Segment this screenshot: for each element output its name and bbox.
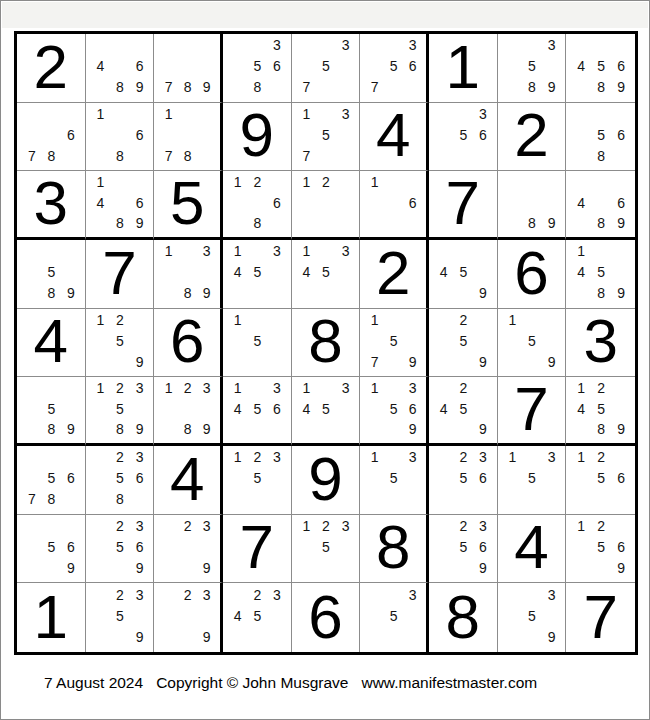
pencil-mark-pos-5: 5 <box>522 56 542 77</box>
cell-r3c4[interactable]: 1268 <box>223 171 292 240</box>
cell-r6c7[interactable]: 2459 <box>429 377 498 446</box>
cell-r9c7[interactable]: 8 <box>429 583 498 652</box>
pencil-mark-pos-2 <box>454 104 474 125</box>
cell-r1c2[interactable]: 4689 <box>86 34 155 103</box>
pencil-mark-pos-8 <box>384 213 403 233</box>
pencil-mark-pos-1 <box>503 35 523 56</box>
cell-r2c5[interactable]: 1357 <box>292 103 361 172</box>
pencil-mark-pos-6 <box>197 262 216 283</box>
given-digit: 5 <box>170 172 204 234</box>
pencil-mark-pos-7 <box>503 213 523 233</box>
pencil-mark-pos-8: 8 <box>110 419 130 439</box>
pencil-mark-pos-6 <box>197 56 216 77</box>
pencil-mark-pos-3: 3 <box>403 584 422 605</box>
cell-r7c4[interactable]: 1235 <box>223 446 292 515</box>
pencil-mark-pos-2 <box>248 35 268 56</box>
pencil-mark-pos-1 <box>571 35 591 56</box>
cell-r1c6[interactable]: 3567 <box>360 34 429 103</box>
pencil-mark-pos-8 <box>316 419 336 439</box>
cell-r4c6[interactable]: 2 <box>360 240 429 309</box>
pencil-marks: 2345 <box>223 583 291 652</box>
pencil-mark-pos-8: 8 <box>178 419 197 439</box>
cell-r8c3[interactable]: 239 <box>154 515 223 584</box>
cell-r9c9[interactable]: 7 <box>566 583 635 652</box>
pencil-mark-pos-7 <box>159 419 178 439</box>
pencil-mark-pos-7 <box>434 419 454 439</box>
pencil-mark-pos-3 <box>61 516 81 537</box>
pencil-marks: 16 <box>360 171 426 237</box>
pencil-mark-pos-5: 5 <box>316 399 336 419</box>
pencil-mark-pos-6 <box>403 606 422 627</box>
pencil-mark-pos-1: 1 <box>297 516 317 537</box>
pencil-mark-pos-4 <box>503 468 523 489</box>
pencil-mark-pos-5 <box>110 193 130 213</box>
pencil-mark-pos-2: 2 <box>248 584 268 605</box>
pencil-mark-pos-9: 9 <box>197 283 216 304</box>
pencil-mark-pos-3 <box>61 378 81 398</box>
pencil-mark-pos-8: 8 <box>522 213 542 233</box>
pencil-mark-pos-2: 2 <box>316 172 336 192</box>
pencil-marks: 1389 <box>154 240 220 308</box>
pencil-mark-pos-5: 5 <box>454 399 474 419</box>
cell-r6c4[interactable]: 13456 <box>223 377 292 446</box>
pencil-mark-pos-5: 5 <box>42 262 62 283</box>
cell-r5c8[interactable]: 159 <box>498 309 567 378</box>
cell-r4c9[interactable]: 14589 <box>566 240 635 309</box>
cell-r5c7[interactable]: 259 <box>429 309 498 378</box>
pencil-mark-pos-6: 6 <box>473 537 493 558</box>
cell-r6c1[interactable]: 589 <box>17 377 86 446</box>
pencil-mark-pos-5: 5 <box>384 606 403 627</box>
pencil-mark-pos-8: 8 <box>522 77 542 98</box>
pencil-mark-pos-4 <box>228 331 248 352</box>
cell-r5c4[interactable]: 15 <box>223 309 292 378</box>
pencil-mark-pos-1: 1 <box>159 104 178 125</box>
pencil-mark-pos-8 <box>591 557 611 578</box>
pencil-mark-pos-3 <box>336 172 356 192</box>
cell-r2c3[interactable]: 178 <box>154 103 223 172</box>
pencil-mark-pos-5: 5 <box>384 56 403 77</box>
pencil-marks: 4689 <box>86 34 154 102</box>
pencil-mark-pos-7 <box>434 283 454 304</box>
pencil-mark-pos-5: 5 <box>454 468 474 489</box>
pencil-mark-pos-6 <box>473 331 493 352</box>
pencil-mark-pos-2 <box>384 584 403 605</box>
pencil-mark-pos-1: 1 <box>228 447 248 468</box>
pencil-mark-pos-9 <box>542 489 562 510</box>
pencil-mark-pos-3: 3 <box>267 35 287 56</box>
cell-r5c6[interactable]: 1579 <box>360 309 429 378</box>
pencil-mark-pos-9 <box>403 77 422 98</box>
pencil-mark-pos-5 <box>178 537 197 558</box>
pencil-mark-pos-9 <box>267 77 287 98</box>
pencil-mark-pos-5: 5 <box>454 262 474 283</box>
cell-r5c1[interactable]: 4 <box>17 309 86 378</box>
pencil-mark-pos-1: 1 <box>228 378 248 398</box>
pencil-mark-pos-1: 1 <box>571 241 591 262</box>
pencil-mark-pos-7 <box>503 627 523 648</box>
pencil-mark-pos-3: 3 <box>130 516 150 537</box>
cell-r9c2[interactable]: 2359 <box>86 583 155 652</box>
cell-r6c2[interactable]: 123589 <box>86 377 155 446</box>
cell-r6c5[interactable]: 1345 <box>292 377 361 446</box>
pencil-mark-pos-2 <box>591 35 611 56</box>
cell-r9c1[interactable]: 1 <box>17 583 86 652</box>
cell-r2c8[interactable]: 2 <box>498 103 567 172</box>
pencil-mark-pos-3 <box>611 241 631 262</box>
pencil-mark-pos-1 <box>434 104 454 125</box>
pencil-mark-pos-8: 8 <box>42 283 62 304</box>
pencil-mark-pos-4 <box>159 606 178 627</box>
pencil-mark-pos-8 <box>522 627 542 648</box>
pencil-mark-pos-2 <box>110 35 130 56</box>
pencil-mark-pos-9: 9 <box>611 213 631 233</box>
pencil-mark-pos-7 <box>159 627 178 648</box>
pencil-mark-pos-2 <box>384 172 403 192</box>
pencil-marks: 13456 <box>223 377 291 443</box>
pencil-mark-pos-3: 3 <box>542 35 562 56</box>
cell-r3c8[interactable]: 89 <box>498 171 567 240</box>
pencil-mark-pos-2: 2 <box>591 516 611 537</box>
cell-r8c2[interactable]: 23569 <box>86 515 155 584</box>
pencil-mark-pos-2 <box>384 378 403 398</box>
pencil-mark-pos-7: 7 <box>22 145 42 166</box>
pencil-mark-pos-6: 6 <box>267 56 287 77</box>
cell-r9c8[interactable]: 359 <box>498 583 567 652</box>
cell-r3c6[interactable]: 16 <box>360 171 429 240</box>
pencil-mark-pos-1 <box>91 35 111 56</box>
pencil-marks: 568 <box>566 103 635 171</box>
cell-r7c9[interactable]: 1256 <box>566 446 635 515</box>
pencil-marks: 124589 <box>566 377 635 443</box>
cell-r8c7[interactable]: 23569 <box>429 515 498 584</box>
pencil-mark-pos-4 <box>365 56 384 77</box>
pencil-mark-pos-9 <box>197 145 216 166</box>
page-frame: 2468978935683573567135894568967816817891… <box>0 0 650 720</box>
pencil-mark-pos-4 <box>22 399 42 419</box>
pencil-mark-pos-4 <box>365 399 384 419</box>
pencil-mark-pos-5: 5 <box>248 468 268 489</box>
pencil-mark-pos-3 <box>611 378 631 398</box>
pencil-mark-pos-8 <box>384 351 403 372</box>
cell-r2c6[interactable]: 4 <box>360 103 429 172</box>
pencil-mark-pos-2 <box>248 310 268 331</box>
pencil-mark-pos-9 <box>267 627 287 648</box>
pencil-mark-pos-9: 9 <box>403 419 422 439</box>
cell-r8c5[interactable]: 1235 <box>292 515 361 584</box>
cell-r4c2[interactable]: 7 <box>86 240 155 309</box>
pencil-mark-pos-5 <box>591 193 611 213</box>
cell-r8c6[interactable]: 8 <box>360 515 429 584</box>
pencil-mark-pos-1: 1 <box>228 172 248 192</box>
pencil-mark-pos-1: 1 <box>297 172 317 192</box>
pencil-mark-pos-5: 5 <box>384 399 403 419</box>
cell-r9c3[interactable]: 239 <box>154 583 223 652</box>
pencil-marks: 14689 <box>86 171 154 237</box>
pencil-mark-pos-8: 8 <box>591 77 611 98</box>
given-digit: 3 <box>583 310 617 372</box>
cell-r1c1[interactable]: 2 <box>17 34 86 103</box>
pencil-mark-pos-2: 2 <box>454 516 474 537</box>
pencil-marks: 1235 <box>223 446 291 514</box>
pencil-mark-pos-1 <box>434 310 454 331</box>
pencil-mark-pos-2 <box>454 241 474 262</box>
cell-r5c5[interactable]: 8 <box>292 309 361 378</box>
cell-r7c5[interactable]: 9 <box>292 446 361 515</box>
cell-r1c4[interactable]: 3568 <box>223 34 292 103</box>
pencil-mark-pos-7 <box>159 283 178 304</box>
cell-r1c8[interactable]: 3589 <box>498 34 567 103</box>
pencil-mark-pos-9: 9 <box>542 213 562 233</box>
pencil-mark-pos-5: 5 <box>42 537 62 558</box>
pencil-mark-pos-4 <box>159 262 178 283</box>
cell-r8c8[interactable]: 4 <box>498 515 567 584</box>
pencil-mark-pos-1: 1 <box>91 378 111 398</box>
cell-r9c6[interactable]: 35 <box>360 583 429 652</box>
pencil-mark-pos-1: 1 <box>297 378 317 398</box>
pencil-mark-pos-9 <box>336 213 356 233</box>
pencil-mark-pos-5: 5 <box>316 537 336 558</box>
pencil-mark-pos-3 <box>542 172 562 192</box>
pencil-mark-pos-5: 5 <box>316 125 336 146</box>
cell-r7c6[interactable]: 135 <box>360 446 429 515</box>
pencil-mark-pos-7 <box>571 213 591 233</box>
pencil-mark-pos-8 <box>110 351 130 372</box>
pencil-mark-pos-3 <box>611 516 631 537</box>
pencil-mark-pos-8 <box>316 213 336 233</box>
pencil-mark-pos-2: 2 <box>110 584 130 605</box>
cell-r4c1[interactable]: 589 <box>17 240 86 309</box>
pencil-marks: 1579 <box>360 309 426 377</box>
pencil-mark-pos-7 <box>297 419 317 439</box>
pencil-marks: 135 <box>360 446 426 514</box>
pencil-mark-pos-2 <box>248 241 268 262</box>
pencil-mark-pos-9: 9 <box>130 557 150 578</box>
pencil-mark-pos-5: 5 <box>591 468 611 489</box>
pencil-mark-pos-3 <box>611 104 631 125</box>
pencil-mark-pos-4 <box>434 468 454 489</box>
pencil-mark-pos-8 <box>248 283 268 304</box>
cell-r2c2[interactable]: 168 <box>86 103 155 172</box>
pencil-mark-pos-3: 3 <box>267 447 287 468</box>
pencil-mark-pos-9 <box>267 489 287 510</box>
pencil-mark-pos-3: 3 <box>267 378 287 398</box>
cell-r3c1[interactable]: 3 <box>17 171 86 240</box>
pencil-mark-pos-4 <box>503 331 523 352</box>
pencil-mark-pos-9 <box>267 419 287 439</box>
pencil-mark-pos-6 <box>267 606 287 627</box>
cell-r6c8[interactable]: 7 <box>498 377 567 446</box>
pencil-mark-pos-6 <box>197 606 216 627</box>
pencil-mark-pos-7 <box>571 419 591 439</box>
pencil-mark-pos-3 <box>130 310 150 331</box>
pencil-mark-pos-7 <box>91 489 111 510</box>
cell-r7c2[interactable]: 23568 <box>86 446 155 515</box>
given-digit: 4 <box>34 310 68 372</box>
pencil-mark-pos-3: 3 <box>336 241 356 262</box>
pencil-mark-pos-4 <box>297 56 317 77</box>
given-digit: 8 <box>446 586 480 648</box>
cell-r1c3[interactable]: 789 <box>154 34 223 103</box>
cell-r3c9[interactable]: 4689 <box>566 171 635 240</box>
pencil-mark-pos-2 <box>42 378 62 398</box>
pencil-marks: 14589 <box>566 240 635 308</box>
pencil-mark-pos-5 <box>248 193 268 213</box>
footer-website: www.manifestmaster.com <box>361 673 537 693</box>
pencil-mark-pos-7: 7 <box>365 351 384 372</box>
cell-r8c9[interactable]: 12569 <box>566 515 635 584</box>
pencil-mark-pos-3: 3 <box>130 447 150 468</box>
pencil-mark-pos-4 <box>91 606 111 627</box>
cell-r1c9[interactable]: 45689 <box>566 34 635 103</box>
pencil-mark-pos-5: 5 <box>316 262 336 283</box>
pencil-mark-pos-6: 6 <box>130 125 150 146</box>
pencil-mark-pos-7 <box>228 627 248 648</box>
pencil-mark-pos-8 <box>248 351 268 372</box>
cell-r3c5[interactable]: 12 <box>292 171 361 240</box>
cell-r6c9[interactable]: 124589 <box>566 377 635 446</box>
pencil-marks: 589 <box>17 240 85 308</box>
pencil-mark-pos-6: 6 <box>473 125 493 146</box>
pencil-mark-pos-6 <box>542 468 562 489</box>
pencil-marks: 1268 <box>223 171 291 237</box>
cell-r3c2[interactable]: 14689 <box>86 171 155 240</box>
pencil-mark-pos-2: 2 <box>454 378 474 398</box>
pencil-mark-pos-6: 6 <box>611 125 631 146</box>
cell-r2c4[interactable]: 9 <box>223 103 292 172</box>
pencil-marks: 459 <box>429 240 497 308</box>
pencil-mark-pos-3 <box>267 310 287 331</box>
pencil-mark-pos-3: 3 <box>197 584 216 605</box>
pencil-mark-pos-6 <box>197 125 216 146</box>
cell-r9c4[interactable]: 2345 <box>223 583 292 652</box>
pencil-mark-pos-1 <box>22 516 42 537</box>
pencil-mark-pos-8 <box>178 627 197 648</box>
cell-r7c3[interactable]: 4 <box>154 446 223 515</box>
pencil-mark-pos-4 <box>159 56 178 77</box>
pencil-mark-pos-2: 2 <box>591 378 611 398</box>
pencil-mark-pos-8 <box>454 351 474 372</box>
pencil-mark-pos-7 <box>228 419 248 439</box>
pencil-mark-pos-3 <box>611 35 631 56</box>
cell-r2c1[interactable]: 678 <box>17 103 86 172</box>
cell-r6c6[interactable]: 13569 <box>360 377 429 446</box>
pencil-mark-pos-8: 8 <box>178 77 197 98</box>
pencil-mark-pos-5: 5 <box>316 56 336 77</box>
cell-r4c3[interactable]: 1389 <box>154 240 223 309</box>
pencil-mark-pos-9: 9 <box>197 557 216 578</box>
pencil-marks: 3568 <box>223 34 291 102</box>
cell-r7c1[interactable]: 5678 <box>17 446 86 515</box>
pencil-mark-pos-2 <box>316 241 336 262</box>
cell-r3c3[interactable]: 5 <box>154 171 223 240</box>
pencil-mark-pos-5 <box>178 262 197 283</box>
cell-r5c2[interactable]: 1259 <box>86 309 155 378</box>
pencil-mark-pos-3 <box>197 104 216 125</box>
cell-r4c4[interactable]: 1345 <box>223 240 292 309</box>
cell-r4c8[interactable]: 6 <box>498 240 567 309</box>
pencil-mark-pos-2: 2 <box>591 447 611 468</box>
pencil-mark-pos-4 <box>228 468 248 489</box>
pencil-mark-pos-2: 2 <box>110 516 130 537</box>
pencil-mark-pos-3: 3 <box>267 584 287 605</box>
pencil-mark-pos-8: 8 <box>110 489 130 510</box>
cell-r1c5[interactable]: 357 <box>292 34 361 103</box>
cell-r2c7[interactable]: 356 <box>429 103 498 172</box>
pencil-mark-pos-3 <box>473 378 493 398</box>
cell-r8c4[interactable]: 7 <box>223 515 292 584</box>
pencil-mark-pos-2: 2 <box>454 447 474 468</box>
pencil-mark-pos-6 <box>542 56 562 77</box>
pencil-mark-pos-3 <box>130 104 150 125</box>
pencil-mark-pos-4: 4 <box>228 262 248 283</box>
pencil-mark-pos-5 <box>178 125 197 146</box>
pencil-mark-pos-6: 6 <box>403 399 422 419</box>
pencil-mark-pos-4 <box>297 193 317 213</box>
pencil-marks: 1256 <box>566 446 635 514</box>
pencil-marks: 12389 <box>154 377 220 443</box>
cell-r1c7[interactable]: 1 <box>429 34 498 103</box>
pencil-mark-pos-1 <box>228 35 248 56</box>
cell-r2c9[interactable]: 568 <box>566 103 635 172</box>
given-digit: 7 <box>240 516 274 578</box>
pencil-mark-pos-4 <box>434 331 454 352</box>
pencil-mark-pos-3: 3 <box>197 241 216 262</box>
cell-r5c9[interactable]: 3 <box>566 309 635 378</box>
cell-r4c7[interactable]: 459 <box>429 240 498 309</box>
pencil-mark-pos-3: 3 <box>403 378 422 398</box>
cell-r7c8[interactable]: 135 <box>498 446 567 515</box>
pencil-mark-pos-2 <box>248 378 268 398</box>
pencil-mark-pos-1: 1 <box>91 310 111 331</box>
pencil-mark-pos-2 <box>110 172 130 192</box>
pencil-mark-pos-1 <box>571 104 591 125</box>
pencil-mark-pos-3: 3 <box>336 35 356 56</box>
pencil-mark-pos-6: 6 <box>403 56 422 77</box>
pencil-mark-pos-5: 5 <box>248 56 268 77</box>
footer: 7 August 2024 Copyright © John Musgrave … <box>44 673 537 693</box>
pencil-mark-pos-7 <box>297 283 317 304</box>
pencil-mark-pos-6: 6 <box>61 537 81 558</box>
pencil-mark-pos-2: 2 <box>248 172 268 192</box>
pencil-mark-pos-7 <box>22 283 42 304</box>
given-digit: 1 <box>446 36 480 98</box>
pencil-mark-pos-2 <box>384 310 403 331</box>
cell-r7c7[interactable]: 2356 <box>429 446 498 515</box>
given-digit: 8 <box>308 310 342 372</box>
pencil-marks: 1345 <box>223 240 291 308</box>
cell-r5c3[interactable]: 6 <box>154 309 223 378</box>
pencil-mark-pos-2 <box>591 241 611 262</box>
given-digit: 7 <box>514 378 548 440</box>
given-digit: 7 <box>102 242 136 304</box>
pencil-mark-pos-6 <box>130 606 150 627</box>
pencil-marks: 3567 <box>360 34 426 102</box>
pencil-mark-pos-5: 5 <box>591 537 611 558</box>
cell-r9c5[interactable]: 6 <box>292 583 361 652</box>
cell-r3c7[interactable]: 7 <box>429 171 498 240</box>
cell-r6c3[interactable]: 12389 <box>154 377 223 446</box>
pencil-mark-pos-9: 9 <box>542 77 562 98</box>
pencil-mark-pos-4 <box>159 537 178 558</box>
cell-r4c5[interactable]: 1345 <box>292 240 361 309</box>
pencil-mark-pos-9 <box>267 283 287 304</box>
pencil-marks: 23569 <box>86 515 154 583</box>
pencil-marks: 159 <box>498 309 566 377</box>
pencil-mark-pos-1: 1 <box>503 310 523 331</box>
pencil-mark-pos-2 <box>110 104 130 125</box>
cell-r8c1[interactable]: 569 <box>17 515 86 584</box>
